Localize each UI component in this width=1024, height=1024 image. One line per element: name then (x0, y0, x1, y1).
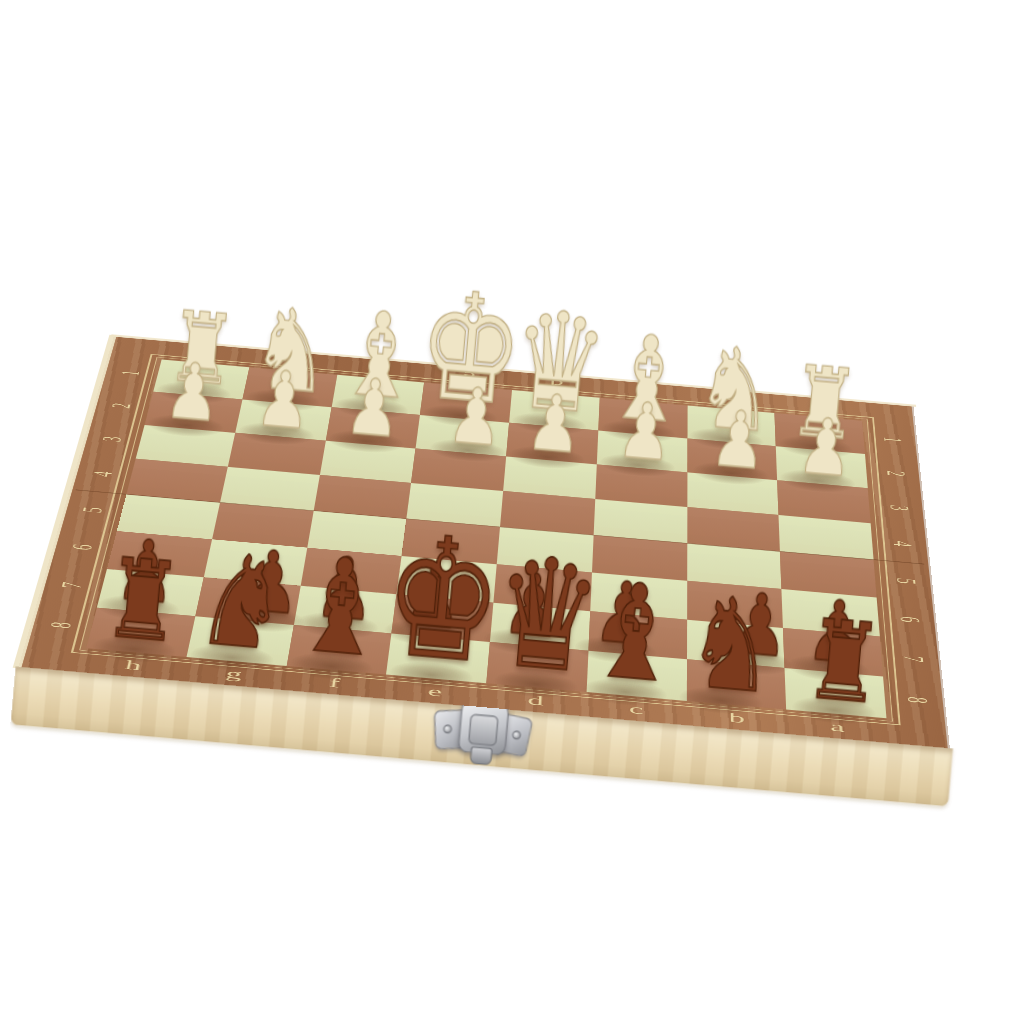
chess-board: ♜♞♝♚♛♝♞♜♟♟♟♟♟♟♟♟♟♟♟♟♟♟♟♟♜♞♝♚♛♝♞♜ hgfedcb… (20, 337, 947, 749)
clasp-hasp (468, 714, 499, 747)
square-b8: ♞ (686, 659, 786, 709)
squares-grid: ♜♞♝♚♛♝♞♜♟♟♟♟♟♟♟♟♟♟♟♟♟♟♟♟♜♞♝♚♛♝♞♜ (86, 359, 886, 718)
file-label-far-a: a (811, 400, 824, 411)
black-king-glyph: ♚ (336, 512, 550, 688)
file-label-far-h: h (200, 347, 216, 358)
square-a2: ♟ (776, 446, 868, 488)
rank-label-right-4: 4 (888, 540, 915, 548)
square-e8: ♚ (386, 634, 490, 684)
file-label-far-e: e (463, 370, 476, 381)
clasp-hook (470, 746, 493, 765)
product-photo-stage: ♜♞♝♚♛♝♞♜♟♟♟♟♟♟♟♟♟♟♟♟♟♟♟♟♜♞♝♚♛♝♞♜ hgfedcb… (0, 0, 1024, 1024)
file-label-far-c: c (637, 385, 650, 396)
rank-label-right-5: 5 (891, 577, 919, 585)
rank-label-left-5: 5 (78, 506, 107, 514)
file-label-far-b: b (724, 393, 738, 404)
square-g8: ♞ (186, 616, 293, 665)
black-knight-glyph: ♞ (136, 533, 346, 670)
rank-label-right-3: 3 (884, 504, 911, 511)
rank-label-left-3: 3 (98, 436, 126, 443)
piece-white-pawn-a2: ♟ (777, 477, 867, 485)
rank-label-left-4: 4 (88, 470, 116, 477)
file-label-far-d: d (549, 378, 564, 389)
file-label-far-g: g (287, 355, 303, 366)
metal-clasp-icon (427, 695, 536, 769)
file-label-far-f: f (377, 363, 388, 374)
piece-black-knight-g8: ♞ (187, 654, 287, 663)
piece-black-king-e8: ♚ (387, 671, 487, 680)
black-knight-glyph: ♞ (627, 576, 837, 713)
